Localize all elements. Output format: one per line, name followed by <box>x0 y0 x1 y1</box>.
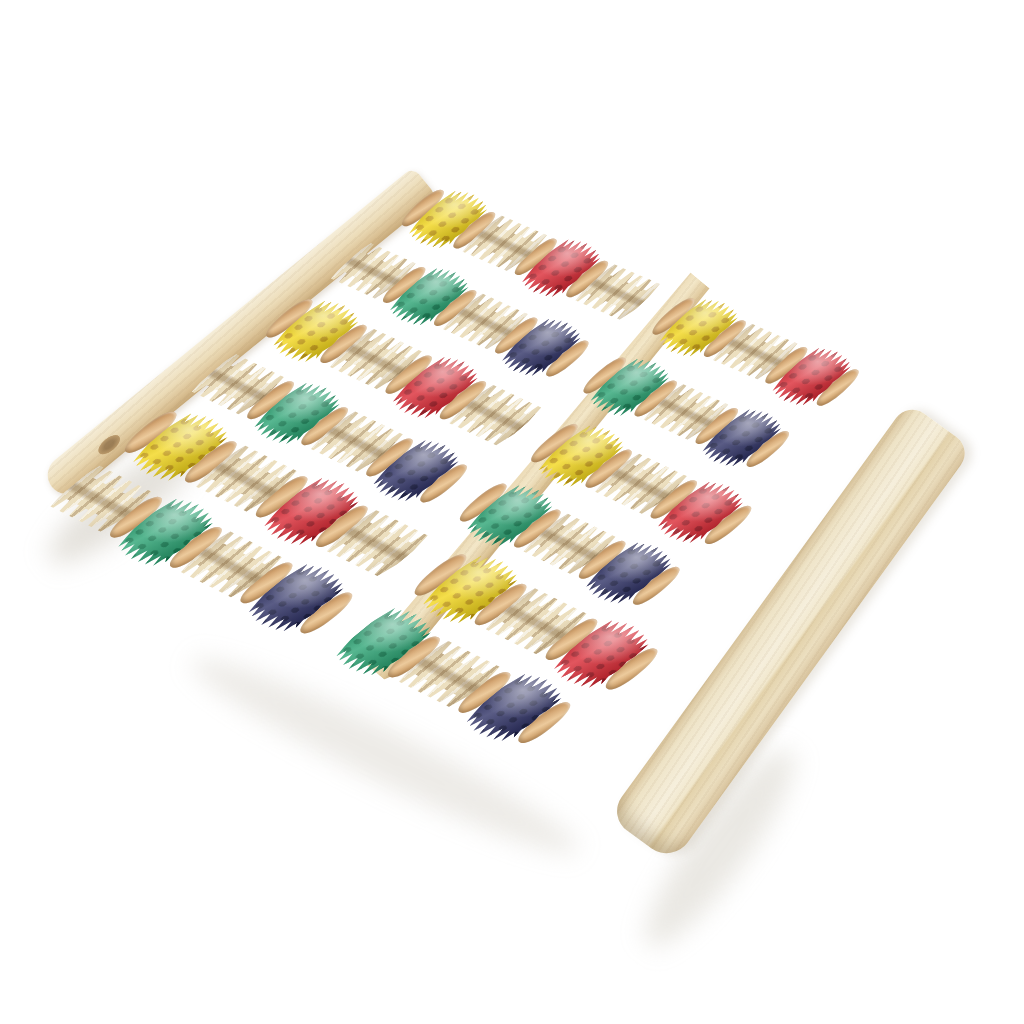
product-photo-stage <box>0 0 1024 1024</box>
